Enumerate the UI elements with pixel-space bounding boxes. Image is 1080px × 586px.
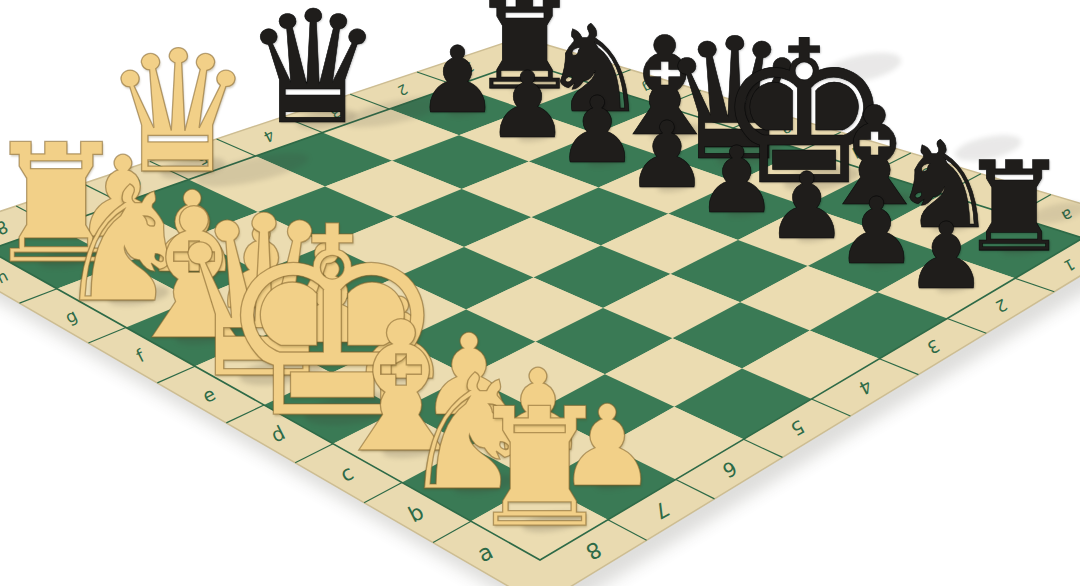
- queen-glyph: ♛: [243, 0, 383, 146]
- camel-rook-a8[interactable]: ♜: [466, 387, 613, 551]
- chess-set-photo: 1122334455667788hhggffeeddccbbaa ♜♞♟♛♝♟♛…: [0, 0, 1080, 586]
- black-pawn-a2[interactable]: ♟: [905, 210, 987, 302]
- rook-glyph: ♜: [466, 387, 613, 551]
- black-queen-spare[interactable]: ♛: [243, 0, 383, 146]
- pawn-glyph: ♟: [905, 210, 987, 302]
